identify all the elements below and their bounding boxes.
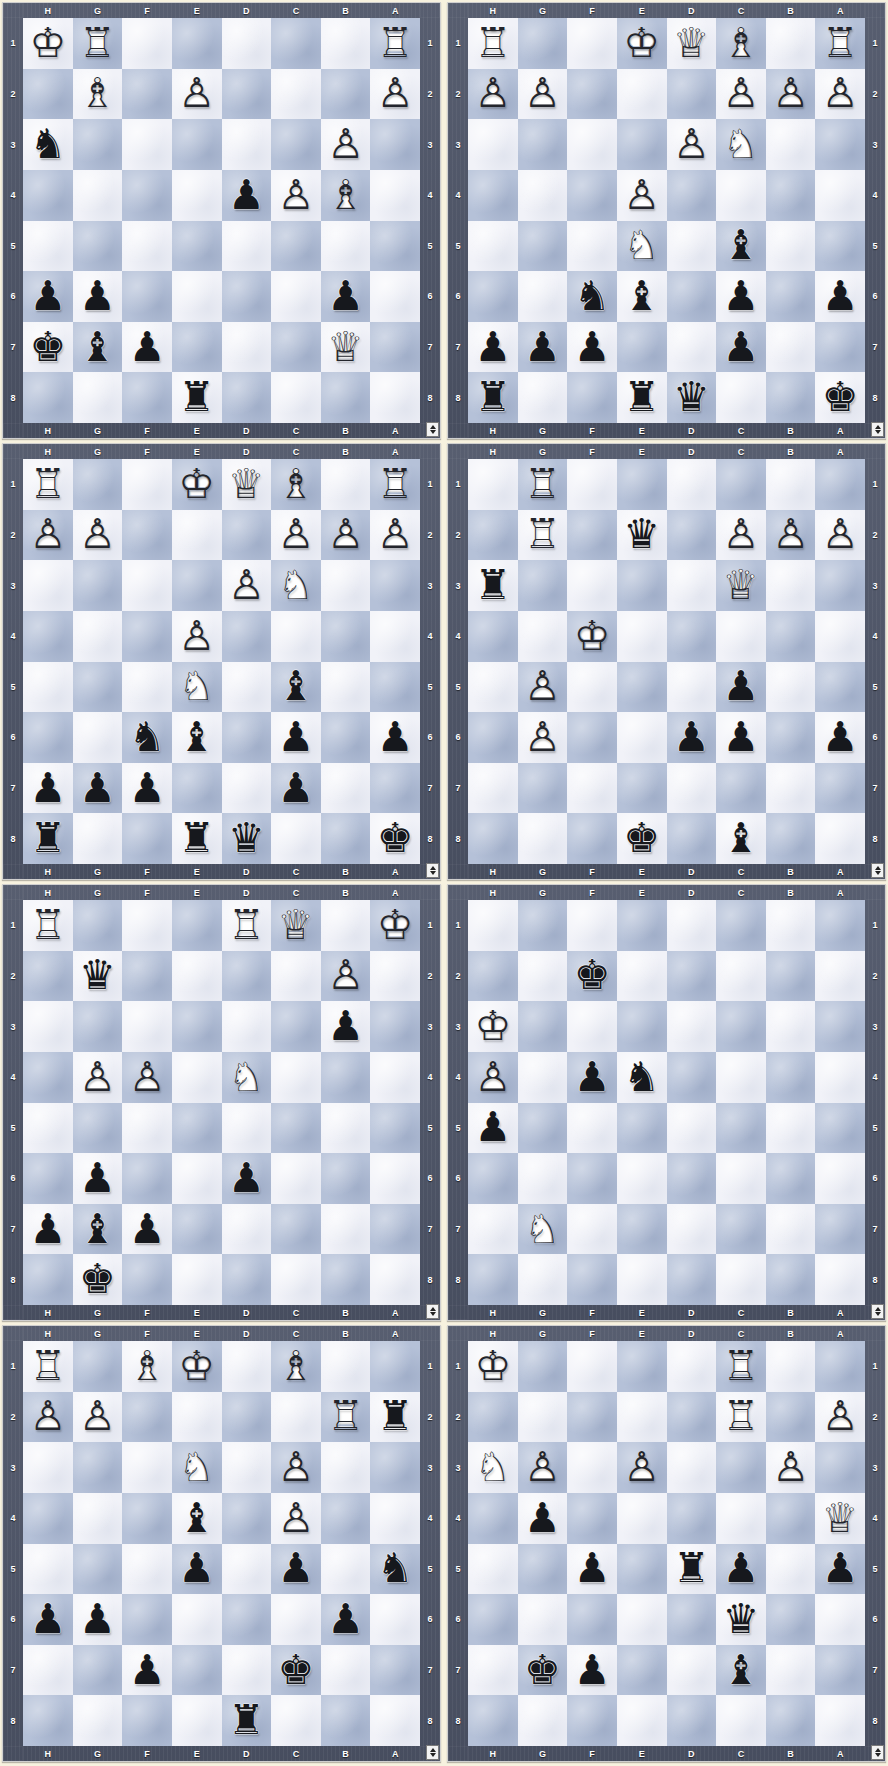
square-h4[interactable] bbox=[23, 1052, 73, 1103]
square-f6[interactable] bbox=[122, 271, 172, 322]
square-f8[interactable] bbox=[122, 372, 172, 423]
square-a8[interactable] bbox=[815, 1254, 865, 1305]
piece-white-rook[interactable]: ♜♖ bbox=[228, 905, 265, 946]
square-f8[interactable] bbox=[122, 1254, 172, 1305]
square-d3[interactable]: ♟♙ bbox=[667, 119, 717, 170]
square-e7[interactable] bbox=[617, 1204, 667, 1255]
square-e2[interactable] bbox=[617, 1392, 667, 1443]
square-h2[interactable] bbox=[468, 510, 518, 561]
piece-white-pawn[interactable]: ♟♙ bbox=[79, 514, 116, 555]
square-c2[interactable]: ♜♖ bbox=[716, 1392, 766, 1443]
square-e7[interactable] bbox=[172, 763, 222, 814]
piece-white-pawn[interactable]: ♟♙ bbox=[29, 514, 66, 555]
square-f2[interactable] bbox=[567, 69, 617, 120]
square-a4[interactable] bbox=[370, 1493, 420, 1544]
square-c1[interactable] bbox=[271, 18, 321, 69]
square-e2[interactable] bbox=[617, 69, 667, 120]
piece-white-queen[interactable]: ♛♕ bbox=[723, 565, 760, 606]
piece-black-pawn[interactable]: ♟ bbox=[822, 717, 859, 758]
piece-white-pawn[interactable]: ♟♙ bbox=[377, 73, 414, 114]
square-b5[interactable] bbox=[766, 662, 816, 713]
piece-black-bishop[interactable]: ♝ bbox=[723, 1650, 760, 1691]
square-f4[interactable]: ♟ bbox=[567, 1052, 617, 1103]
square-a2[interactable]: ♟♙ bbox=[815, 69, 865, 120]
square-a1[interactable] bbox=[815, 900, 865, 951]
piece-black-pawn[interactable]: ♟ bbox=[723, 1548, 760, 1589]
square-a3[interactable] bbox=[815, 119, 865, 170]
square-c3[interactable] bbox=[716, 1442, 766, 1493]
square-b3[interactable] bbox=[766, 1001, 816, 1052]
square-d8[interactable] bbox=[667, 813, 717, 864]
square-d4[interactable] bbox=[667, 1052, 717, 1103]
piece-black-bishop[interactable]: ♝ bbox=[723, 818, 760, 859]
square-h6[interactable]: ♟ bbox=[23, 271, 73, 322]
square-c7[interactable] bbox=[716, 1204, 766, 1255]
square-g2[interactable]: ♟♙ bbox=[73, 1392, 123, 1443]
piece-black-bishop[interactable]: ♝ bbox=[178, 717, 215, 758]
piece-white-king[interactable]: ♚♔ bbox=[29, 23, 66, 64]
square-b8[interactable] bbox=[321, 372, 371, 423]
piece-white-pawn[interactable]: ♟♙ bbox=[327, 955, 364, 996]
piece-black-knight[interactable]: ♞ bbox=[129, 717, 166, 758]
square-h1[interactable]: ♚♔ bbox=[468, 1341, 518, 1392]
square-b7[interactable] bbox=[321, 1204, 371, 1255]
piece-black-pawn[interactable]: ♟ bbox=[723, 276, 760, 317]
square-g8[interactable] bbox=[73, 372, 123, 423]
piece-white-pawn[interactable]: ♟♙ bbox=[377, 514, 414, 555]
square-e7[interactable] bbox=[172, 1204, 222, 1255]
square-h8[interactable] bbox=[23, 372, 73, 423]
square-d1[interactable] bbox=[667, 900, 717, 951]
square-c3[interactable] bbox=[271, 119, 321, 170]
square-h3[interactable]: ♜ bbox=[468, 560, 518, 611]
square-d3[interactable] bbox=[222, 119, 272, 170]
square-b6[interactable] bbox=[766, 712, 816, 763]
piece-white-bishop[interactable]: ♝♗ bbox=[278, 1346, 315, 1387]
square-h8[interactable] bbox=[468, 1695, 518, 1746]
piece-black-pawn[interactable]: ♟ bbox=[723, 666, 760, 707]
square-h5[interactable] bbox=[23, 1544, 73, 1595]
piece-white-rook[interactable]: ♜♖ bbox=[723, 1396, 760, 1437]
square-a1[interactable]: ♜♖ bbox=[815, 18, 865, 69]
square-a8[interactable]: ♚ bbox=[370, 813, 420, 864]
square-f1[interactable] bbox=[122, 459, 172, 510]
square-b2[interactable]: ♟♙ bbox=[321, 951, 371, 1002]
piece-white-pawn[interactable]: ♟♙ bbox=[772, 514, 809, 555]
square-b7[interactable] bbox=[766, 1204, 816, 1255]
square-c2[interactable] bbox=[271, 951, 321, 1002]
square-f2[interactable] bbox=[122, 951, 172, 1002]
spinner-up-icon[interactable] bbox=[875, 1307, 881, 1311]
square-c6[interactable]: ♟ bbox=[716, 712, 766, 763]
board-size-spinner[interactable] bbox=[426, 1745, 439, 1760]
square-e1[interactable]: ♚♔ bbox=[172, 459, 222, 510]
square-d1[interactable]: ♜♖ bbox=[222, 900, 272, 951]
square-h2[interactable]: ♟♙ bbox=[23, 510, 73, 561]
piece-black-king[interactable]: ♚ bbox=[377, 818, 414, 859]
square-a1[interactable]: ♚♔ bbox=[370, 900, 420, 951]
piece-white-pawn[interactable]: ♟♙ bbox=[524, 1447, 561, 1488]
square-h7[interactable] bbox=[23, 1645, 73, 1696]
square-g4[interactable] bbox=[518, 1052, 568, 1103]
square-h1[interactable]: ♜♖ bbox=[23, 900, 73, 951]
square-a4[interactable]: ♛♕ bbox=[815, 1493, 865, 1544]
square-e3[interactable] bbox=[617, 119, 667, 170]
square-g2[interactable] bbox=[518, 1392, 568, 1443]
square-c2[interactable] bbox=[716, 951, 766, 1002]
square-e4[interactable]: ♞ bbox=[617, 1052, 667, 1103]
piece-white-pawn[interactable]: ♟♙ bbox=[327, 514, 364, 555]
square-a1[interactable] bbox=[370, 1341, 420, 1392]
piece-black-pawn[interactable]: ♟ bbox=[474, 327, 511, 368]
square-d8[interactable]: ♛ bbox=[222, 813, 272, 864]
square-g5[interactable]: ♟♙ bbox=[518, 662, 568, 713]
square-a1[interactable]: ♜♖ bbox=[370, 18, 420, 69]
square-h1[interactable]: ♜♖ bbox=[468, 18, 518, 69]
piece-white-king[interactable]: ♚♔ bbox=[178, 1346, 215, 1387]
piece-white-queen[interactable]: ♛♕ bbox=[278, 905, 315, 946]
square-g2[interactable]: ♝♗ bbox=[73, 69, 123, 120]
square-a6[interactable] bbox=[370, 271, 420, 322]
square-e8[interactable] bbox=[617, 1254, 667, 1305]
square-b8[interactable] bbox=[766, 1695, 816, 1746]
square-f6[interactable] bbox=[567, 712, 617, 763]
square-a4[interactable] bbox=[815, 170, 865, 221]
square-e7[interactable] bbox=[172, 322, 222, 373]
square-h7[interactable]: ♟ bbox=[468, 322, 518, 373]
square-f2[interactable] bbox=[567, 1392, 617, 1443]
square-c3[interactable]: ♛♕ bbox=[716, 560, 766, 611]
square-c4[interactable] bbox=[716, 1052, 766, 1103]
square-d7[interactable] bbox=[222, 763, 272, 814]
piece-white-pawn[interactable]: ♟♙ bbox=[79, 1396, 116, 1437]
square-e8[interactable] bbox=[617, 1695, 667, 1746]
piece-black-bishop[interactable]: ♝ bbox=[723, 225, 760, 266]
square-d7[interactable] bbox=[667, 763, 717, 814]
piece-white-knight[interactable]: ♞♘ bbox=[178, 666, 215, 707]
piece-black-pawn[interactable]: ♟ bbox=[129, 327, 166, 368]
square-c8[interactable] bbox=[716, 1254, 766, 1305]
square-f2[interactable]: ♚ bbox=[567, 951, 617, 1002]
piece-black-bishop[interactable]: ♝ bbox=[79, 1209, 116, 1250]
square-b7[interactable] bbox=[766, 763, 816, 814]
square-e2[interactable]: ♟♙ bbox=[172, 69, 222, 120]
board-size-spinner[interactable] bbox=[426, 1304, 439, 1319]
piece-white-bishop[interactable]: ♝♗ bbox=[278, 464, 315, 505]
square-g6[interactable] bbox=[518, 1153, 568, 1204]
square-b6[interactable] bbox=[766, 1594, 816, 1645]
square-b1[interactable] bbox=[766, 1341, 816, 1392]
square-b6[interactable]: ♟ bbox=[321, 1594, 371, 1645]
square-c5[interactable]: ♟ bbox=[716, 662, 766, 713]
square-a5[interactable]: ♟ bbox=[815, 1544, 865, 1595]
square-d3[interactable]: ♟♙ bbox=[222, 560, 272, 611]
square-c1[interactable]: ♝♗ bbox=[271, 459, 321, 510]
square-h2[interactable] bbox=[468, 1392, 518, 1443]
square-h5[interactable]: ♟ bbox=[468, 1103, 518, 1154]
square-a2[interactable]: ♜ bbox=[370, 1392, 420, 1443]
square-c3[interactable] bbox=[716, 1001, 766, 1052]
piece-black-rook[interactable]: ♜ bbox=[377, 1396, 414, 1437]
square-d2[interactable] bbox=[222, 951, 272, 1002]
square-e4[interactable]: ♟♙ bbox=[617, 170, 667, 221]
square-d8[interactable]: ♜ bbox=[222, 1695, 272, 1746]
square-d4[interactable] bbox=[667, 170, 717, 221]
piece-white-rook[interactable]: ♜♖ bbox=[29, 464, 66, 505]
square-d4[interactable] bbox=[222, 1493, 272, 1544]
square-b2[interactable]: ♟♙ bbox=[321, 510, 371, 561]
square-b7[interactable] bbox=[321, 1645, 371, 1696]
square-g4[interactable] bbox=[73, 170, 123, 221]
square-g4[interactable] bbox=[73, 1493, 123, 1544]
piece-white-pawn[interactable]: ♟♙ bbox=[623, 1447, 660, 1488]
square-c8[interactable]: ♝ bbox=[716, 813, 766, 864]
piece-black-king[interactable]: ♚ bbox=[822, 377, 859, 418]
piece-white-knight[interactable]: ♞♘ bbox=[723, 124, 760, 165]
piece-white-rook[interactable]: ♜♖ bbox=[524, 464, 561, 505]
square-c8[interactable] bbox=[271, 372, 321, 423]
square-g3[interactable] bbox=[518, 1001, 568, 1052]
piece-white-bishop[interactable]: ♝♗ bbox=[79, 73, 116, 114]
square-d1[interactable]: ♛♕ bbox=[667, 18, 717, 69]
square-e6[interactable] bbox=[172, 271, 222, 322]
piece-black-pawn[interactable]: ♟ bbox=[327, 1599, 364, 1640]
square-b1[interactable] bbox=[766, 18, 816, 69]
piece-black-knight[interactable]: ♞ bbox=[574, 276, 611, 317]
square-h3[interactable] bbox=[468, 119, 518, 170]
piece-white-bishop[interactable]: ♝♗ bbox=[723, 23, 760, 64]
piece-white-pawn[interactable]: ♟♙ bbox=[228, 565, 265, 606]
square-f7[interactable]: ♟ bbox=[122, 763, 172, 814]
square-f5[interactable] bbox=[567, 221, 617, 272]
square-b2[interactable]: ♜♖ bbox=[321, 1392, 371, 1443]
square-a4[interactable] bbox=[815, 611, 865, 662]
square-a3[interactable] bbox=[815, 1001, 865, 1052]
square-f3[interactable] bbox=[122, 119, 172, 170]
piece-white-pawn[interactable]: ♟♙ bbox=[129, 1057, 166, 1098]
square-b7[interactable] bbox=[321, 763, 371, 814]
square-c4[interactable] bbox=[271, 611, 321, 662]
square-h8[interactable] bbox=[468, 1254, 518, 1305]
piece-white-king[interactable]: ♚♔ bbox=[377, 905, 414, 946]
square-h1[interactable]: ♚♔ bbox=[23, 18, 73, 69]
square-e4[interactable] bbox=[172, 1052, 222, 1103]
square-c5[interactable]: ♟ bbox=[716, 1544, 766, 1595]
square-a6[interactable]: ♟ bbox=[370, 712, 420, 763]
square-b7[interactable] bbox=[766, 322, 816, 373]
square-g1[interactable] bbox=[73, 1341, 123, 1392]
square-c6[interactable]: ♟ bbox=[271, 712, 321, 763]
square-c5[interactable]: ♝ bbox=[716, 221, 766, 272]
piece-white-pawn[interactable]: ♟♙ bbox=[772, 1447, 809, 1488]
square-h8[interactable] bbox=[468, 813, 518, 864]
spinner-up-icon[interactable] bbox=[430, 866, 436, 870]
square-g6[interactable]: ♟ bbox=[73, 271, 123, 322]
square-f7[interactable]: ♟ bbox=[122, 1204, 172, 1255]
square-f5[interactable]: ♟ bbox=[567, 1544, 617, 1595]
square-b4[interactable] bbox=[321, 1052, 371, 1103]
square-d5[interactable] bbox=[222, 662, 272, 713]
piece-black-pawn[interactable]: ♟ bbox=[29, 276, 66, 317]
square-e3[interactable]: ♞♘ bbox=[172, 1442, 222, 1493]
square-a2[interactable] bbox=[815, 951, 865, 1002]
square-c7[interactable] bbox=[716, 763, 766, 814]
spinner-down-icon[interactable] bbox=[875, 1312, 881, 1316]
square-a5[interactable] bbox=[370, 662, 420, 713]
square-c5[interactable]: ♟ bbox=[271, 1544, 321, 1595]
square-g7[interactable]: ♟ bbox=[73, 763, 123, 814]
square-a6[interactable]: ♟ bbox=[815, 271, 865, 322]
square-f2[interactable] bbox=[122, 510, 172, 561]
square-c8[interactable] bbox=[716, 1695, 766, 1746]
square-e6[interactable]: ♝ bbox=[617, 271, 667, 322]
square-g4[interactable] bbox=[518, 170, 568, 221]
square-b2[interactable] bbox=[766, 1392, 816, 1443]
spinner-down-icon[interactable] bbox=[875, 1753, 881, 1757]
square-a1[interactable]: ♜♖ bbox=[370, 459, 420, 510]
square-h3[interactable] bbox=[23, 1442, 73, 1493]
spinner-down-icon[interactable] bbox=[430, 1312, 436, 1316]
square-g2[interactable]: ♟♙ bbox=[73, 510, 123, 561]
square-d1[interactable] bbox=[667, 1341, 717, 1392]
square-a8[interactable] bbox=[370, 372, 420, 423]
square-e2[interactable] bbox=[172, 510, 222, 561]
square-h4[interactable] bbox=[468, 1493, 518, 1544]
square-b1[interactable] bbox=[766, 459, 816, 510]
square-d3[interactable] bbox=[667, 560, 717, 611]
square-d5[interactable] bbox=[222, 221, 272, 272]
square-h1[interactable]: ♜♖ bbox=[23, 1341, 73, 1392]
square-c5[interactable] bbox=[271, 1103, 321, 1154]
square-d3[interactable] bbox=[222, 1001, 272, 1052]
piece-black-pawn[interactable]: ♟ bbox=[29, 768, 66, 809]
square-f7[interactable]: ♟ bbox=[567, 322, 617, 373]
square-h2[interactable]: ♟♙ bbox=[468, 69, 518, 120]
spinner-down-icon[interactable] bbox=[430, 1753, 436, 1757]
square-h8[interactable] bbox=[23, 1254, 73, 1305]
square-b1[interactable] bbox=[321, 459, 371, 510]
square-a2[interactable]: ♟♙ bbox=[815, 1392, 865, 1443]
square-d7[interactable] bbox=[222, 1204, 272, 1255]
square-a3[interactable] bbox=[370, 1001, 420, 1052]
square-g3[interactable] bbox=[73, 1442, 123, 1493]
piece-white-pawn[interactable]: ♟♙ bbox=[723, 514, 760, 555]
square-c2[interactable] bbox=[271, 69, 321, 120]
square-g3[interactable] bbox=[73, 560, 123, 611]
square-c5[interactable]: ♝ bbox=[271, 662, 321, 713]
square-h4[interactable] bbox=[23, 1493, 73, 1544]
square-a2[interactable]: ♟♙ bbox=[815, 510, 865, 561]
square-d6[interactable] bbox=[222, 271, 272, 322]
square-f1[interactable] bbox=[567, 459, 617, 510]
square-e1[interactable] bbox=[617, 1341, 667, 1392]
piece-black-pawn[interactable]: ♟ bbox=[79, 1599, 116, 1640]
piece-black-queen[interactable]: ♛ bbox=[623, 514, 660, 555]
square-c3[interactable] bbox=[271, 1001, 321, 1052]
square-b3[interactable] bbox=[766, 119, 816, 170]
square-c1[interactable] bbox=[716, 900, 766, 951]
square-h1[interactable]: ♜♖ bbox=[23, 459, 73, 510]
piece-black-pawn[interactable]: ♟ bbox=[673, 717, 710, 758]
piece-white-pawn[interactable]: ♟♙ bbox=[524, 666, 561, 707]
piece-black-bishop[interactable]: ♝ bbox=[278, 666, 315, 707]
square-b2[interactable]: ♟♙ bbox=[766, 69, 816, 120]
piece-black-bishop[interactable]: ♝ bbox=[178, 1498, 215, 1539]
square-h4[interactable] bbox=[468, 170, 518, 221]
square-c7[interactable] bbox=[271, 1204, 321, 1255]
square-f8[interactable] bbox=[567, 1695, 617, 1746]
square-d5[interactable] bbox=[667, 1103, 717, 1154]
piece-white-pawn[interactable]: ♟♙ bbox=[278, 1447, 315, 1488]
square-f7[interactable]: ♟ bbox=[567, 1645, 617, 1696]
square-c7[interactable] bbox=[271, 322, 321, 373]
piece-black-pawn[interactable]: ♟ bbox=[377, 717, 414, 758]
board-size-spinner[interactable] bbox=[871, 422, 884, 437]
square-h7[interactable]: ♟ bbox=[23, 763, 73, 814]
square-f8[interactable] bbox=[567, 813, 617, 864]
spinner-up-icon[interactable] bbox=[430, 425, 436, 429]
square-b5[interactable] bbox=[766, 1544, 816, 1595]
square-a7[interactable] bbox=[370, 763, 420, 814]
square-e5[interactable] bbox=[172, 221, 222, 272]
square-e1[interactable]: ♚♔ bbox=[617, 18, 667, 69]
piece-black-bishop[interactable]: ♝ bbox=[623, 276, 660, 317]
piece-white-rook[interactable]: ♜♖ bbox=[524, 514, 561, 555]
square-e6[interactable] bbox=[172, 1153, 222, 1204]
piece-black-rook[interactable]: ♜ bbox=[178, 818, 215, 859]
piece-black-rook[interactable]: ♜ bbox=[474, 565, 511, 606]
square-b8[interactable] bbox=[321, 1254, 371, 1305]
square-f5[interactable] bbox=[567, 1103, 617, 1154]
square-e3[interactable] bbox=[172, 560, 222, 611]
square-e8[interactable]: ♚ bbox=[617, 813, 667, 864]
square-f4[interactable] bbox=[122, 170, 172, 221]
square-e1[interactable]: ♚♔ bbox=[172, 1341, 222, 1392]
square-a6[interactable] bbox=[370, 1153, 420, 1204]
square-a8[interactable] bbox=[815, 813, 865, 864]
square-f5[interactable] bbox=[122, 221, 172, 272]
square-h7[interactable]: ♟ bbox=[23, 1204, 73, 1255]
square-g8[interactable] bbox=[518, 1695, 568, 1746]
square-b2[interactable] bbox=[321, 69, 371, 120]
square-b3[interactable]: ♟♙ bbox=[766, 1442, 816, 1493]
square-f4[interactable]: ♟♙ bbox=[122, 1052, 172, 1103]
piece-white-rook[interactable]: ♜♖ bbox=[377, 23, 414, 64]
piece-white-knight[interactable]: ♞♘ bbox=[178, 1447, 215, 1488]
square-b3[interactable] bbox=[321, 560, 371, 611]
square-h3[interactable] bbox=[23, 560, 73, 611]
piece-black-pawn[interactable]: ♟ bbox=[524, 1498, 561, 1539]
piece-black-pawn[interactable]: ♟ bbox=[278, 717, 315, 758]
square-h5[interactable] bbox=[468, 221, 518, 272]
square-b8[interactable] bbox=[766, 813, 816, 864]
piece-white-pawn[interactable]: ♟♙ bbox=[474, 73, 511, 114]
board-size-spinner[interactable] bbox=[871, 863, 884, 878]
piece-black-pawn[interactable]: ♟ bbox=[327, 1006, 364, 1047]
square-h8[interactable]: ♜ bbox=[23, 813, 73, 864]
square-h6[interactable] bbox=[23, 1153, 73, 1204]
spinner-up-icon[interactable] bbox=[430, 1307, 436, 1311]
square-b4[interactable] bbox=[766, 1493, 816, 1544]
square-b3[interactable]: ♟♙ bbox=[321, 119, 371, 170]
piece-white-pawn[interactable]: ♟♙ bbox=[278, 175, 315, 216]
square-a3[interactable] bbox=[370, 1442, 420, 1493]
piece-black-queen[interactable]: ♛ bbox=[673, 377, 710, 418]
square-c6[interactable] bbox=[271, 1594, 321, 1645]
square-e4[interactable] bbox=[172, 170, 222, 221]
square-a8[interactable] bbox=[370, 1695, 420, 1746]
square-h6[interactable] bbox=[468, 712, 518, 763]
